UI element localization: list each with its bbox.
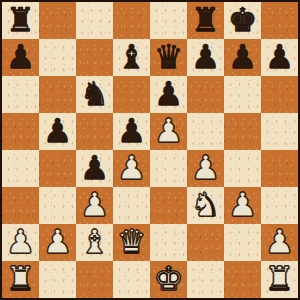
- black-knight-c6[interactable]: ♞: [80, 76, 110, 112]
- black-pawn-g7[interactable]: ♟: [228, 39, 258, 75]
- square-f3[interactable]: ♞: [187, 187, 224, 224]
- black-pawn-h7[interactable]: ♟: [265, 39, 295, 75]
- square-e1[interactable]: ♚: [150, 261, 187, 298]
- square-a3[interactable]: [2, 187, 39, 224]
- square-a6[interactable]: [2, 76, 39, 113]
- square-c6[interactable]: ♞: [76, 76, 113, 113]
- square-g8[interactable]: ♚: [224, 2, 261, 39]
- white-pawn-c3[interactable]: ♟: [80, 187, 110, 223]
- black-queen-e7[interactable]: ♛: [154, 39, 184, 75]
- square-h1[interactable]: ♜: [261, 261, 298, 298]
- white-pawn-e5[interactable]: ♟: [154, 113, 184, 149]
- square-c5[interactable]: [76, 113, 113, 150]
- square-a5[interactable]: [2, 113, 39, 150]
- black-pawn-d5[interactable]: ♟: [117, 113, 147, 149]
- square-c3[interactable]: ♟: [76, 187, 113, 224]
- square-g7[interactable]: ♟: [224, 39, 261, 76]
- square-d7[interactable]: ♝: [113, 39, 150, 76]
- white-pawn-a2[interactable]: ♟: [6, 224, 36, 260]
- square-h3[interactable]: [261, 187, 298, 224]
- square-h5[interactable]: [261, 113, 298, 150]
- black-rook-a8[interactable]: ♜: [6, 2, 36, 38]
- square-a8[interactable]: ♜: [2, 2, 39, 39]
- square-a7[interactable]: ♟: [2, 39, 39, 76]
- square-f6[interactable]: [187, 76, 224, 113]
- square-g3[interactable]: ♟: [224, 187, 261, 224]
- square-e3[interactable]: [150, 187, 187, 224]
- white-king-e1[interactable]: ♚: [154, 261, 184, 297]
- square-e4[interactable]: [150, 150, 187, 187]
- square-b6[interactable]: [39, 76, 76, 113]
- square-h8[interactable]: [261, 2, 298, 39]
- square-c1[interactable]: [76, 261, 113, 298]
- square-h4[interactable]: [261, 150, 298, 187]
- white-pawn-d4[interactable]: ♟: [117, 150, 147, 186]
- square-h7[interactable]: ♟: [261, 39, 298, 76]
- square-a1[interactable]: ♜: [2, 261, 39, 298]
- square-d6[interactable]: [113, 76, 150, 113]
- square-b4[interactable]: [39, 150, 76, 187]
- square-e5[interactable]: ♟: [150, 113, 187, 150]
- black-rook-f8[interactable]: ♜: [191, 2, 221, 38]
- chess-board: ♜♜♚♟♝♛♟♟♟♞♟♟♟♟♟♟♟♟♞♟♟♟♝♛♟♜♚♜: [2, 2, 298, 298]
- black-pawn-f7[interactable]: ♟: [191, 39, 221, 75]
- square-d2[interactable]: ♛: [113, 224, 150, 261]
- square-c4[interactable]: ♟: [76, 150, 113, 187]
- white-rook-h1[interactable]: ♜: [265, 261, 295, 297]
- square-f5[interactable]: [187, 113, 224, 150]
- white-queen-d2[interactable]: ♛: [117, 224, 147, 260]
- white-pawn-g3[interactable]: ♟: [228, 187, 258, 223]
- black-king-g8[interactable]: ♚: [228, 2, 258, 38]
- square-g1[interactable]: [224, 261, 261, 298]
- square-f7[interactable]: ♟: [187, 39, 224, 76]
- square-g4[interactable]: [224, 150, 261, 187]
- black-bishop-d7[interactable]: ♝: [117, 39, 147, 75]
- chess-board-frame: ♜♜♚♟♝♛♟♟♟♞♟♟♟♟♟♟♟♟♞♟♟♟♝♛♟♜♚♜: [0, 0, 300, 300]
- square-g5[interactable]: [224, 113, 261, 150]
- square-f1[interactable]: [187, 261, 224, 298]
- black-pawn-e6[interactable]: ♟: [154, 76, 184, 112]
- square-g6[interactable]: [224, 76, 261, 113]
- white-pawn-h2[interactable]: ♟: [265, 224, 295, 260]
- square-d3[interactable]: [113, 187, 150, 224]
- square-d5[interactable]: ♟: [113, 113, 150, 150]
- white-rook-a1[interactable]: ♜: [6, 261, 36, 297]
- square-c2[interactable]: ♝: [76, 224, 113, 261]
- square-h6[interactable]: [261, 76, 298, 113]
- square-e7[interactable]: ♛: [150, 39, 187, 76]
- square-b7[interactable]: [39, 39, 76, 76]
- white-knight-f3[interactable]: ♞: [191, 187, 221, 223]
- square-f2[interactable]: [187, 224, 224, 261]
- white-pawn-f4[interactable]: ♟: [191, 150, 221, 186]
- square-g2[interactable]: [224, 224, 261, 261]
- square-d8[interactable]: [113, 2, 150, 39]
- square-a4[interactable]: [2, 150, 39, 187]
- square-e8[interactable]: [150, 2, 187, 39]
- black-pawn-b5[interactable]: ♟: [43, 113, 73, 149]
- square-f4[interactable]: ♟: [187, 150, 224, 187]
- white-bishop-c2[interactable]: ♝: [80, 224, 110, 260]
- square-c7[interactable]: [76, 39, 113, 76]
- black-pawn-a7[interactable]: ♟: [6, 39, 36, 75]
- square-c8[interactable]: [76, 2, 113, 39]
- square-b1[interactable]: [39, 261, 76, 298]
- square-d4[interactable]: ♟: [113, 150, 150, 187]
- square-a2[interactable]: ♟: [2, 224, 39, 261]
- square-b8[interactable]: [39, 2, 76, 39]
- square-b2[interactable]: ♟: [39, 224, 76, 261]
- white-pawn-b2[interactable]: ♟: [43, 224, 73, 260]
- square-e2[interactable]: [150, 224, 187, 261]
- square-h2[interactable]: ♟: [261, 224, 298, 261]
- square-e6[interactable]: ♟: [150, 76, 187, 113]
- square-d1[interactable]: [113, 261, 150, 298]
- square-b5[interactable]: ♟: [39, 113, 76, 150]
- square-f8[interactable]: ♜: [187, 2, 224, 39]
- black-pawn-c4[interactable]: ♟: [80, 150, 110, 186]
- square-b3[interactable]: [39, 187, 76, 224]
